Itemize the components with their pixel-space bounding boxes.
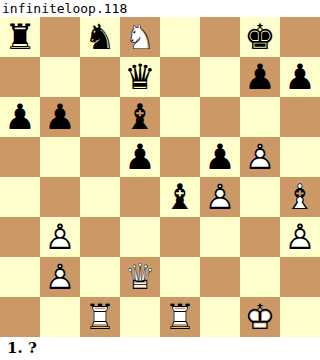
square-g7[interactable]: ♟ bbox=[240, 57, 280, 97]
square-g5[interactable]: ♟♙ bbox=[240, 137, 280, 177]
square-d7[interactable]: ♛ bbox=[120, 57, 160, 97]
white-bishop: ♗ bbox=[280, 177, 320, 217]
square-a2[interactable] bbox=[0, 257, 40, 297]
square-c8[interactable]: ♞ bbox=[80, 17, 120, 57]
white-pawn: ♙ bbox=[40, 257, 80, 297]
square-a1[interactable] bbox=[0, 297, 40, 337]
square-f7[interactable] bbox=[200, 57, 240, 97]
white-pawn: ♙ bbox=[240, 137, 280, 177]
square-b7[interactable] bbox=[40, 57, 80, 97]
white-king: ♔ bbox=[240, 297, 280, 337]
chess-board: ♜♞♞♘♚♛♟♟♟♟♝♟♟♟♙♝♟♙♝♗♟♙♟♙♟♙♛♕♜♖♜♖♚♔ bbox=[0, 17, 320, 337]
square-f8[interactable] bbox=[200, 17, 240, 57]
square-f6[interactable] bbox=[200, 97, 240, 137]
square-f2[interactable] bbox=[200, 257, 240, 297]
white-king-fill: ♚ bbox=[240, 297, 280, 337]
white-queen: ♕ bbox=[120, 257, 160, 297]
white-pawn: ♙ bbox=[40, 217, 80, 257]
square-b2[interactable]: ♟♙ bbox=[40, 257, 80, 297]
black-pawn: ♟ bbox=[280, 57, 320, 97]
square-f3[interactable] bbox=[200, 217, 240, 257]
square-b8[interactable] bbox=[40, 17, 80, 57]
square-f1[interactable] bbox=[200, 297, 240, 337]
square-d8[interactable]: ♞♘ bbox=[120, 17, 160, 57]
square-d6[interactable]: ♝ bbox=[120, 97, 160, 137]
square-b5[interactable] bbox=[40, 137, 80, 177]
square-b6[interactable]: ♟ bbox=[40, 97, 80, 137]
white-pawn-fill: ♟ bbox=[240, 137, 280, 177]
square-h4[interactable]: ♝♗ bbox=[280, 177, 320, 217]
white-pawn: ♙ bbox=[280, 217, 320, 257]
white-rook: ♖ bbox=[160, 297, 200, 337]
white-rook: ♖ bbox=[80, 297, 120, 337]
square-h3[interactable]: ♟♙ bbox=[280, 217, 320, 257]
square-e1[interactable]: ♜♖ bbox=[160, 297, 200, 337]
square-g3[interactable] bbox=[240, 217, 280, 257]
square-g8[interactable]: ♚ bbox=[240, 17, 280, 57]
square-f4[interactable]: ♟♙ bbox=[200, 177, 240, 217]
square-d1[interactable] bbox=[120, 297, 160, 337]
square-e4[interactable]: ♝ bbox=[160, 177, 200, 217]
square-c5[interactable] bbox=[80, 137, 120, 177]
square-b4[interactable] bbox=[40, 177, 80, 217]
square-g6[interactable] bbox=[240, 97, 280, 137]
square-c3[interactable] bbox=[80, 217, 120, 257]
white-pawn-fill: ♟ bbox=[280, 217, 320, 257]
white-knight: ♘ bbox=[120, 17, 160, 57]
square-g1[interactable]: ♚♔ bbox=[240, 297, 280, 337]
square-e5[interactable] bbox=[160, 137, 200, 177]
square-a8[interactable]: ♜ bbox=[0, 17, 40, 57]
black-pawn: ♟ bbox=[120, 137, 160, 177]
black-pawn: ♟ bbox=[240, 57, 280, 97]
black-king: ♚ bbox=[240, 17, 280, 57]
white-rook-fill: ♜ bbox=[160, 297, 200, 337]
square-d2[interactable]: ♛♕ bbox=[120, 257, 160, 297]
square-b1[interactable] bbox=[40, 297, 80, 337]
black-pawn: ♟ bbox=[40, 97, 80, 137]
square-d4[interactable] bbox=[120, 177, 160, 217]
square-b3[interactable]: ♟♙ bbox=[40, 217, 80, 257]
square-a5[interactable] bbox=[0, 137, 40, 177]
square-f5[interactable]: ♟ bbox=[200, 137, 240, 177]
square-a3[interactable] bbox=[0, 217, 40, 257]
white-pawn: ♙ bbox=[200, 177, 240, 217]
square-e7[interactable] bbox=[160, 57, 200, 97]
white-pawn-fill: ♟ bbox=[40, 217, 80, 257]
square-g4[interactable] bbox=[240, 177, 280, 217]
square-a4[interactable] bbox=[0, 177, 40, 217]
square-c6[interactable] bbox=[80, 97, 120, 137]
square-h7[interactable]: ♟ bbox=[280, 57, 320, 97]
square-a6[interactable]: ♟ bbox=[0, 97, 40, 137]
square-e2[interactable] bbox=[160, 257, 200, 297]
square-d3[interactable] bbox=[120, 217, 160, 257]
move-prompt: 1. ? bbox=[0, 337, 320, 360]
black-queen: ♛ bbox=[120, 57, 160, 97]
white-bishop-fill: ♝ bbox=[280, 177, 320, 217]
square-g2[interactable] bbox=[240, 257, 280, 297]
square-a7[interactable] bbox=[0, 57, 40, 97]
square-e8[interactable] bbox=[160, 17, 200, 57]
white-pawn-fill: ♟ bbox=[200, 177, 240, 217]
square-c7[interactable] bbox=[80, 57, 120, 97]
black-rook: ♜ bbox=[0, 17, 40, 57]
square-e6[interactable] bbox=[160, 97, 200, 137]
square-h5[interactable] bbox=[280, 137, 320, 177]
square-h1[interactable] bbox=[280, 297, 320, 337]
black-pawn: ♟ bbox=[0, 97, 40, 137]
white-queen-fill: ♛ bbox=[120, 257, 160, 297]
square-h8[interactable] bbox=[280, 17, 320, 57]
white-rook-fill: ♜ bbox=[80, 297, 120, 337]
black-bishop: ♝ bbox=[120, 97, 160, 137]
black-knight: ♞ bbox=[80, 17, 120, 57]
white-knight-fill: ♞ bbox=[120, 17, 160, 57]
square-h2[interactable] bbox=[280, 257, 320, 297]
square-e3[interactable] bbox=[160, 217, 200, 257]
square-h6[interactable] bbox=[280, 97, 320, 137]
square-c4[interactable] bbox=[80, 177, 120, 217]
black-bishop: ♝ bbox=[160, 177, 200, 217]
white-pawn-fill: ♟ bbox=[40, 257, 80, 297]
square-c2[interactable] bbox=[80, 257, 120, 297]
black-pawn: ♟ bbox=[200, 137, 240, 177]
square-d5[interactable]: ♟ bbox=[120, 137, 160, 177]
square-c1[interactable]: ♜♖ bbox=[80, 297, 120, 337]
window-title: infiniteloop.118 bbox=[0, 0, 320, 17]
